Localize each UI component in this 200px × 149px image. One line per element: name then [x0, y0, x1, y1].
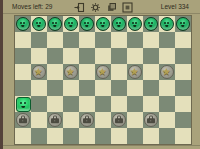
board-cell[interactable] — [127, 16, 143, 32]
piece-mouth — [101, 25, 105, 27]
board-cell[interactable] — [63, 80, 79, 96]
board-cell[interactable] — [143, 128, 159, 144]
piece-mouth — [85, 25, 89, 27]
board-cell[interactable] — [79, 64, 95, 80]
board-cell[interactable] — [31, 16, 47, 32]
board-cell[interactable] — [143, 32, 159, 48]
board-cell[interactable] — [15, 128, 31, 144]
board-cell[interactable] — [143, 48, 159, 64]
piece-mouth — [181, 25, 185, 27]
star-token[interactable]: ★ — [160, 65, 174, 79]
board-cell[interactable] — [79, 112, 95, 128]
board-cell[interactable] — [159, 96, 175, 112]
board-cell[interactable] — [15, 32, 31, 48]
padlock-keyhole — [22, 120, 24, 122]
padlock-keyhole — [86, 120, 88, 122]
green-piece[interactable] — [112, 17, 126, 31]
board-cell[interactable] — [111, 16, 127, 32]
moves-left-label: Moves left: 29 — [12, 3, 52, 11]
board-cell[interactable] — [95, 112, 111, 128]
board-cell[interactable] — [127, 128, 143, 144]
copy-squares-icon[interactable] — [106, 2, 117, 13]
board-cell[interactable] — [111, 64, 127, 80]
green-piece[interactable] — [96, 17, 110, 31]
board-cell[interactable] — [95, 32, 111, 48]
star-icon: ★ — [65, 66, 77, 78]
piece-mouth — [69, 25, 73, 27]
board-cell[interactable] — [31, 80, 47, 96]
framed-square-icon[interactable] — [122, 2, 133, 13]
board-cell[interactable] — [175, 16, 191, 32]
piece-mouth — [21, 25, 25, 27]
locked-piece[interactable] — [48, 113, 62, 127]
green-piece[interactable] — [64, 17, 78, 31]
board-cell[interactable] — [63, 112, 79, 128]
padlock-keyhole — [118, 120, 120, 122]
board-cell[interactable] — [47, 112, 63, 128]
board-cell[interactable]: ★ — [63, 64, 79, 80]
board-cell[interactable] — [159, 16, 175, 32]
padlock-keyhole — [54, 120, 56, 122]
board-cell[interactable] — [31, 32, 47, 48]
board-cell[interactable] — [111, 80, 127, 96]
board-cell[interactable] — [143, 112, 159, 128]
locked-piece[interactable] — [16, 113, 30, 127]
board-cell[interactable] — [159, 128, 175, 144]
game-board: ★★★★★ — [14, 15, 192, 145]
star-token[interactable]: ★ — [128, 65, 142, 79]
locked-piece[interactable] — [80, 113, 94, 127]
star-icon: ★ — [33, 66, 45, 78]
board-cell[interactable] — [95, 128, 111, 144]
piece-mouth — [37, 25, 41, 27]
board-cell[interactable] — [111, 32, 127, 48]
star-token[interactable]: ★ — [96, 65, 110, 79]
green-piece[interactable] — [144, 17, 158, 31]
board-cell[interactable] — [15, 112, 31, 128]
padlock-icon — [51, 115, 59, 124]
board-cell[interactable] — [175, 128, 191, 144]
board-cell[interactable] — [127, 48, 143, 64]
exit-door-icon[interactable] — [74, 2, 85, 13]
board-cell[interactable] — [159, 48, 175, 64]
board-cell[interactable] — [143, 16, 159, 32]
padlock-icon — [83, 115, 91, 124]
board-cell[interactable] — [31, 96, 47, 112]
star-icon: ★ — [97, 66, 109, 78]
board-cell[interactable]: ★ — [159, 64, 175, 80]
board-cell[interactable] — [127, 80, 143, 96]
board-cell[interactable] — [111, 128, 127, 144]
board-cell[interactable] — [159, 112, 175, 128]
board-cell[interactable] — [95, 16, 111, 32]
board-cell[interactable] — [47, 64, 63, 80]
board-cell[interactable] — [63, 128, 79, 144]
board-cell[interactable]: ★ — [95, 64, 111, 80]
board-cell[interactable] — [111, 96, 127, 112]
board-cell[interactable] — [79, 96, 95, 112]
board-cell[interactable] — [63, 48, 79, 64]
board-cell[interactable] — [111, 112, 127, 128]
green-piece[interactable] — [48, 17, 62, 31]
board-cell[interactable] — [79, 16, 95, 32]
padlock-icon — [115, 115, 123, 124]
board-cell[interactable] — [175, 48, 191, 64]
piece-mouth — [165, 25, 169, 27]
board-cell[interactable] — [63, 16, 79, 32]
piece-eye — [24, 102, 27, 105]
board-cell[interactable] — [143, 96, 159, 112]
star-icon: ★ — [129, 66, 141, 78]
board-cell[interactable] — [47, 96, 63, 112]
board-cell[interactable] — [95, 80, 111, 96]
piece-eye — [20, 102, 23, 105]
board-cell[interactable] — [175, 80, 191, 96]
board-cell[interactable] — [79, 80, 95, 96]
board-cell[interactable] — [127, 96, 143, 112]
board-cell[interactable] — [175, 32, 191, 48]
hud-bar: Moves left: 29 — [0, 0, 200, 14]
board-cell[interactable] — [175, 112, 191, 128]
padlock-icon — [147, 115, 155, 124]
board-cell[interactable] — [63, 32, 79, 48]
board-cell[interactable] — [63, 96, 79, 112]
piece-mouth — [117, 25, 121, 27]
board-cell[interactable] — [111, 48, 127, 64]
star-token[interactable]: ★ — [32, 65, 46, 79]
board-cell[interactable] — [79, 48, 95, 64]
green-piece[interactable] — [16, 17, 30, 31]
board-cell[interactable] — [159, 80, 175, 96]
level-label: Level 334 — [161, 3, 189, 11]
green-piece[interactable] — [176, 17, 190, 31]
board-cell[interactable] — [143, 80, 159, 96]
board-cell[interactable] — [15, 48, 31, 64]
green-piece[interactable] — [160, 17, 174, 31]
green-piece[interactable] — [80, 17, 94, 31]
selected-green-piece[interactable] — [16, 97, 31, 112]
frame-bottom-line — [3, 145, 200, 146]
board-cell[interactable]: ★ — [127, 64, 143, 80]
board-cell[interactable] — [175, 64, 191, 80]
board-cell[interactable] — [127, 32, 143, 48]
board-cell[interactable] — [47, 48, 63, 64]
board-cell[interactable] — [15, 16, 31, 32]
star-token[interactable]: ★ — [64, 65, 78, 79]
piece-mouth — [21, 106, 25, 108]
gear-icon[interactable] — [90, 2, 101, 13]
piece-mouth — [133, 25, 137, 27]
green-piece[interactable] — [128, 17, 142, 31]
board-cell[interactable] — [143, 64, 159, 80]
padlock-icon — [19, 115, 27, 124]
board-cell[interactable] — [47, 32, 63, 48]
board-cell[interactable] — [47, 80, 63, 96]
board-cell[interactable] — [15, 80, 31, 96]
hud-icon-row — [74, 1, 133, 13]
board-cell[interactable] — [79, 32, 95, 48]
board-cell[interactable] — [175, 96, 191, 112]
board-cell[interactable] — [95, 96, 111, 112]
star-icon: ★ — [161, 66, 173, 78]
locked-piece[interactable] — [144, 113, 158, 127]
board-cell[interactable] — [15, 96, 31, 112]
piece-mouth — [149, 25, 153, 27]
board-cell[interactable] — [31, 48, 47, 64]
locked-piece[interactable] — [112, 113, 126, 127]
board-cell[interactable] — [31, 112, 47, 128]
board-cell[interactable] — [159, 32, 175, 48]
board-cell[interactable] — [47, 128, 63, 144]
board-cell[interactable] — [47, 16, 63, 32]
board-cell[interactable] — [31, 128, 47, 144]
board-cell[interactable] — [15, 64, 31, 80]
board-cell[interactable] — [79, 128, 95, 144]
board-frame: ★★★★★ — [0, 14, 200, 149]
screen-left-edge — [0, 0, 3, 149]
padlock-keyhole — [150, 120, 152, 122]
board-cell[interactable]: ★ — [31, 64, 47, 80]
piece-mouth — [53, 25, 57, 27]
green-piece[interactable] — [32, 17, 46, 31]
board-cell[interactable] — [127, 112, 143, 128]
board-cell[interactable] — [95, 48, 111, 64]
